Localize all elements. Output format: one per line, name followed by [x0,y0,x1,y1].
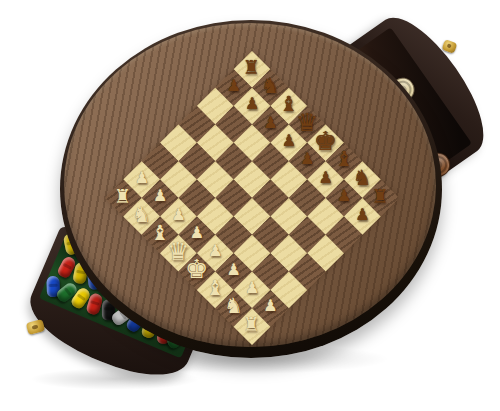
white-pawn[interactable]: ♟ [208,243,222,259]
black-pawn[interactable]: ♟ [282,133,296,149]
black-bishop[interactable]: ♝ [335,149,354,170]
black-pawn[interactable]: ♟ [318,170,332,186]
white-pawn[interactable]: ♟ [153,188,167,204]
white-pawn[interactable]: ♟ [226,262,240,278]
white-pawn[interactable]: ♟ [190,225,204,241]
black-pawn[interactable]: ♟ [226,78,240,94]
white-pawn[interactable]: ♟ [135,170,149,186]
white-knight[interactable]: ♞ [132,204,151,225]
white-bishop[interactable]: ♝ [206,277,225,298]
black-pawn[interactable]: ♟ [245,96,259,112]
white-rook[interactable]: ♜ [115,186,132,205]
white-pawn[interactable]: ♟ [171,206,185,222]
black-pawn[interactable]: ♟ [300,151,314,167]
black-knight[interactable]: ♞ [261,75,280,96]
black-rook[interactable]: ♜ [372,186,389,205]
white-pawn[interactable]: ♟ [263,298,277,314]
chess-set-photo: ♜♞♝♛♚♝♞♜♟♟♟♟♟♟♟♟♟♟♟♟♟♟♟♟♜♞♝♛♚♝♞♜ [0,0,500,411]
black-pawn[interactable]: ♟ [355,206,369,222]
black-pawn[interactable]: ♟ [263,114,277,130]
black-rook[interactable]: ♜ [243,58,260,77]
black-pawn[interactable]: ♟ [337,188,351,204]
black-knight[interactable]: ♞ [353,167,372,188]
white-pawn[interactable]: ♟ [245,280,259,296]
white-rook[interactable]: ♜ [243,315,260,334]
white-knight[interactable]: ♞ [224,296,243,317]
